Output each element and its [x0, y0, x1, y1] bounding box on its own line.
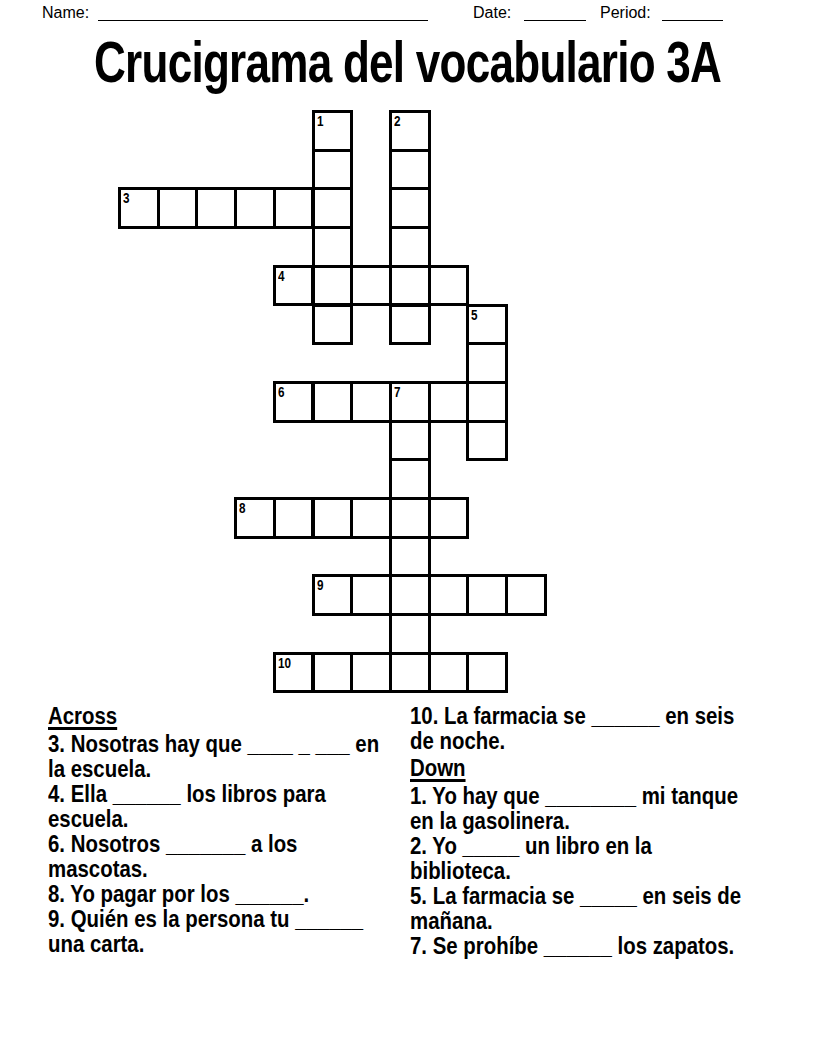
grid-clue-number: 9 [317, 577, 324, 592]
grid-cell-r4c5[interactable] [312, 265, 354, 307]
clue-text: Quién es la persona tu ______ una carta. [48, 905, 363, 957]
grid-cell-r4c7[interactable] [389, 265, 431, 307]
grid-cell-r4c8[interactable] [428, 265, 470, 307]
grid-clue-number: 10 [278, 655, 291, 670]
grid-cell-r1c5[interactable] [312, 149, 354, 191]
name-label: Name: [42, 3, 89, 23]
grid-cell-r7c5[interactable] [312, 381, 354, 423]
clues-left-column: Across 3. Nosotras hay que ____ _ ___ en… [48, 703, 388, 956]
clue-down-1: 1. Yo hay que ________ mi tanque en la g… [410, 783, 754, 833]
clue-across-3: 3. Nosotras hay que ____ _ ___ en la esc… [48, 731, 388, 781]
grid-cell-r2c4[interactable] [273, 187, 315, 229]
clue-down-7: 7. Se prohíbe ______ los zapatos. [410, 933, 754, 958]
grid-cell-r10c7[interactable] [389, 497, 431, 539]
clue-across-8: 8. Yo pagar por los ______. [48, 881, 388, 906]
date-blank[interactable] [524, 6, 586, 21]
grid-cell-r10c6[interactable] [350, 497, 392, 539]
clue-across-10: 10. La farmacia se ______ en seis de noc… [410, 703, 754, 753]
grid-cell-r10c8[interactable] [428, 497, 470, 539]
clue-number-label: 7. [410, 932, 427, 959]
grid-cell-r7c4[interactable]: 6 [273, 381, 315, 423]
grid-cell-r12c10[interactable] [505, 574, 547, 616]
grid-clue-number: 7 [394, 384, 401, 399]
grid-cell-r12c7[interactable] [389, 574, 431, 616]
grid-cell-r14c6[interactable] [350, 652, 392, 694]
grid-cell-r7c8[interactable] [428, 381, 470, 423]
clue-across-6: 6. Nosotros _______ a los mascotas. [48, 831, 388, 881]
clue-number-label: 6. [48, 830, 65, 857]
down-heading: Down [410, 755, 754, 781]
across-heading: Across [48, 703, 388, 729]
clue-number-label: 3. [48, 730, 65, 757]
grid-cell-r7c9[interactable] [466, 381, 508, 423]
grid-cell-r6c9[interactable] [466, 342, 508, 384]
clue-down-2: 2. Yo _____ un libro en la biblioteca. [410, 833, 754, 883]
grid-cell-r5c7[interactable] [389, 304, 431, 346]
grid-cell-r4c4[interactable]: 4 [273, 265, 315, 307]
clue-number-label: 9. [48, 905, 65, 932]
clue-across-9: 9. Quién es la persona tu ______ una car… [48, 906, 388, 956]
grid-clue-number: 4 [278, 268, 285, 283]
clue-text: Yo hay que ________ mi tanque en la gaso… [410, 782, 738, 834]
grid-cell-r0c7[interactable]: 2 [389, 110, 431, 152]
grid-cell-r9c7[interactable] [389, 458, 431, 500]
grid-clue-number: 5 [471, 307, 478, 322]
grid-cell-r5c5[interactable] [312, 304, 354, 346]
grid-cell-r12c9[interactable] [466, 574, 508, 616]
clue-text: Nosotros _______ a los mascotas. [48, 830, 297, 882]
grid-cell-r11c7[interactable] [389, 536, 431, 578]
clue-text: La farmacia se _____ en seis de mañana. [410, 882, 741, 934]
grid-cell-r2c0[interactable]: 3 [118, 187, 160, 229]
clue-text: Yo _____ un libro en la biblioteca. [410, 832, 652, 884]
grid-cell-r4c6[interactable] [350, 265, 392, 307]
clue-number-label: 5. [410, 882, 427, 909]
period-blank[interactable] [662, 6, 723, 21]
clue-number-label: 4. [48, 780, 65, 807]
crossword-grid: 12345678910 [118, 110, 548, 698]
clue-text: Se prohíbe ______ los zapatos. [433, 932, 735, 959]
grid-cell-r1c7[interactable] [389, 149, 431, 191]
clue-number-label: 1. [410, 782, 427, 809]
clue-down-5: 5. La farmacia se _____ en seis de mañan… [410, 883, 754, 933]
grid-cell-r8c7[interactable] [389, 420, 431, 462]
grid-cell-r3c5[interactable] [312, 226, 354, 268]
grid-clue-number: 6 [278, 384, 285, 399]
grid-cell-r2c1[interactable] [157, 187, 199, 229]
clue-across-4: 4. Ella ______ los libros para escuela. [48, 781, 388, 831]
name-blank[interactable] [98, 6, 428, 21]
clue-number-label: 2. [410, 832, 427, 859]
grid-cell-r7c6[interactable] [350, 381, 392, 423]
grid-cell-r14c9[interactable] [466, 652, 508, 694]
grid-cell-r14c4[interactable]: 10 [273, 652, 315, 694]
grid-clue-number: 2 [394, 113, 401, 128]
grid-cell-r12c8[interactable] [428, 574, 470, 616]
grid-clue-number: 1 [317, 113, 324, 128]
grid-cell-r10c3[interactable]: 8 [234, 497, 276, 539]
grid-cell-r0c5[interactable]: 1 [312, 110, 354, 152]
grid-cell-r7c7[interactable]: 7 [389, 381, 431, 423]
grid-cell-r2c3[interactable] [234, 187, 276, 229]
grid-cell-r10c4[interactable] [273, 497, 315, 539]
grid-cell-r12c5[interactable]: 9 [312, 574, 354, 616]
clue-text: Ella ______ los libros para escuela. [48, 780, 326, 832]
clue-number-label: 10. [410, 702, 438, 729]
grid-cell-r13c7[interactable] [389, 613, 431, 655]
title-wrap: Crucigrama del vocabulario 3A [0, 33, 816, 91]
grid-cell-r2c7[interactable] [389, 187, 431, 229]
clue-text: La farmacia se ______ en seis de noche. [410, 702, 734, 754]
grid-cell-r12c6[interactable] [350, 574, 392, 616]
clues-right-column: 10. La farmacia se ______ en seis de noc… [410, 703, 754, 958]
grid-cell-r3c7[interactable] [389, 226, 431, 268]
grid-cell-r10c5[interactable] [312, 497, 354, 539]
clue-text: Yo pagar por los ______. [70, 880, 309, 907]
grid-cell-r5c9[interactable]: 5 [466, 304, 508, 346]
clue-number-label: 8. [48, 880, 65, 907]
grid-clue-number: 8 [239, 500, 246, 515]
clue-text: Nosotras hay que ____ _ ___ en la escuel… [48, 730, 379, 782]
page-title: Crucigrama del vocabulario 3A [94, 33, 721, 91]
period-label: Period: [600, 3, 651, 23]
grid-cell-r2c2[interactable] [195, 187, 237, 229]
date-label: Date: [473, 3, 511, 23]
grid-cell-r8c9[interactable] [466, 420, 508, 462]
grid-cell-r14c7[interactable] [389, 652, 431, 694]
grid-cell-r2c5[interactable] [312, 187, 354, 229]
grid-cell-r14c8[interactable] [428, 652, 470, 694]
grid-clue-number: 3 [123, 190, 130, 205]
grid-cell-r14c5[interactable] [312, 652, 354, 694]
